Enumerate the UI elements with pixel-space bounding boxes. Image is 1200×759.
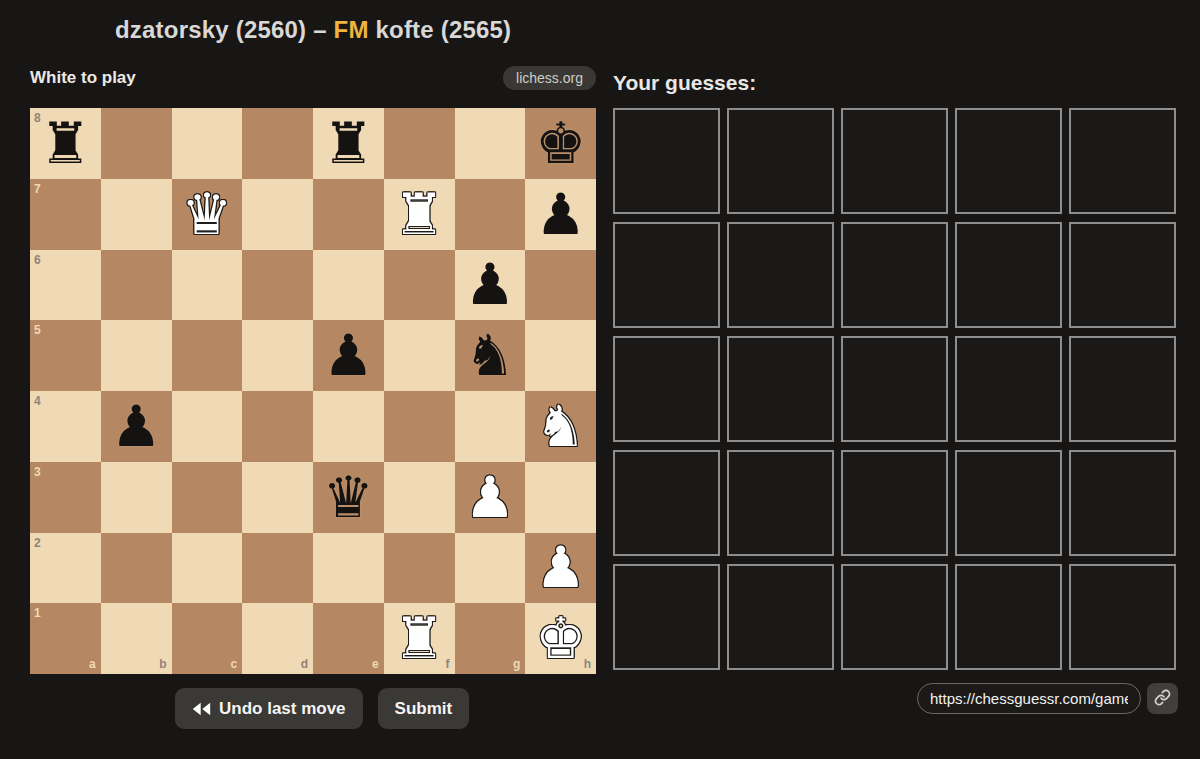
rank-label-4: 4 <box>34 395 41 407</box>
piece-black-pawn-e5[interactable]: ♟ <box>313 320 384 391</box>
square-g5[interactable]: ♞ <box>455 320 526 391</box>
piece-black-rook-e8[interactable]: ♜ <box>313 108 384 179</box>
guess-cell <box>841 450 948 556</box>
square-g1[interactable]: g <box>455 603 526 674</box>
square-b3[interactable] <box>101 462 172 533</box>
square-d4[interactable] <box>242 391 313 462</box>
square-h6[interactable] <box>525 250 596 321</box>
guess-cell <box>613 450 720 556</box>
square-a1[interactable]: 1a <box>30 603 101 674</box>
square-e7[interactable] <box>313 179 384 250</box>
piece-white-pawn-h2[interactable]: ♟ <box>525 533 596 604</box>
share-bar <box>917 683 1178 714</box>
square-c4[interactable] <box>172 391 243 462</box>
square-f5[interactable] <box>384 320 455 391</box>
guess-cell <box>727 336 834 442</box>
square-h4[interactable]: ♞ <box>525 391 596 462</box>
square-f2[interactable] <box>384 533 455 604</box>
rank-label-5: 5 <box>34 324 41 336</box>
undo-button-label: Undo last move <box>219 699 346 719</box>
fm-title-tag: FM <box>334 16 369 43</box>
square-f8[interactable] <box>384 108 455 179</box>
move-controls: Undo last move Submit <box>175 688 469 729</box>
file-label-d: d <box>301 658 308 670</box>
square-c2[interactable] <box>172 533 243 604</box>
square-a3[interactable]: 3 <box>30 462 101 533</box>
lichess-source-badge[interactable]: lichess.org <box>503 66 596 90</box>
file-label-e: e <box>372 658 379 670</box>
guess-cell <box>727 450 834 556</box>
copy-link-button[interactable] <box>1147 683 1178 714</box>
square-g7[interactable] <box>455 179 526 250</box>
page-title: dzatorsky (2560) – FM kofte (2565) <box>115 16 511 44</box>
guess-cell <box>841 108 948 214</box>
square-b5[interactable] <box>101 320 172 391</box>
square-d1[interactable]: d <box>242 603 313 674</box>
side-to-move-label: White to play <box>30 68 136 88</box>
guess-cell <box>841 336 948 442</box>
guess-cell <box>955 450 1062 556</box>
guess-cell <box>1069 564 1176 670</box>
square-d6[interactable] <box>242 250 313 321</box>
rewind-icon <box>192 701 211 717</box>
square-h1[interactable]: h♚ <box>525 603 596 674</box>
square-h5[interactable] <box>525 320 596 391</box>
rank-label-3: 3 <box>34 466 41 478</box>
guess-cell <box>727 222 834 328</box>
piece-black-queen-e3[interactable]: ♛ <box>313 462 384 533</box>
square-e1[interactable]: e <box>313 603 384 674</box>
square-f6[interactable] <box>384 250 455 321</box>
square-d7[interactable] <box>242 179 313 250</box>
square-f7[interactable]: ♜ <box>384 179 455 250</box>
square-a6[interactable]: 6 <box>30 250 101 321</box>
square-b6[interactable] <box>101 250 172 321</box>
square-a5[interactable]: 5 <box>30 320 101 391</box>
guess-cell <box>613 222 720 328</box>
piece-black-pawn-b4[interactable]: ♟ <box>101 391 172 462</box>
square-b8[interactable] <box>101 108 172 179</box>
piece-black-rook-a8[interactable]: ♜ <box>30 108 101 179</box>
guess-cell <box>613 564 720 670</box>
square-e6[interactable] <box>313 250 384 321</box>
guess-cell <box>955 222 1062 328</box>
guess-cell <box>1069 108 1176 214</box>
square-e2[interactable] <box>313 533 384 604</box>
guess-cell <box>613 336 720 442</box>
piece-white-rook-f1[interactable]: ♜ <box>384 603 455 674</box>
submit-button[interactable]: Submit <box>378 688 470 729</box>
square-e4[interactable] <box>313 391 384 462</box>
square-a8[interactable]: 8♜ <box>30 108 101 179</box>
piece-white-king-h1[interactable]: ♚ <box>525 603 596 674</box>
square-c8[interactable] <box>172 108 243 179</box>
square-d8[interactable] <box>242 108 313 179</box>
square-e3[interactable]: ♛ <box>313 462 384 533</box>
square-f4[interactable] <box>384 391 455 462</box>
square-c1[interactable]: c <box>172 603 243 674</box>
white-player-name: dzatorsky (2560) <box>115 16 306 43</box>
square-e5[interactable]: ♟ <box>313 320 384 391</box>
square-b2[interactable] <box>101 533 172 604</box>
rank-label-2: 2 <box>34 537 41 549</box>
square-g8[interactable] <box>455 108 526 179</box>
guess-cell <box>955 108 1062 214</box>
piece-white-rook-f7[interactable]: ♜ <box>384 179 455 250</box>
guess-grid <box>613 108 1176 670</box>
game-url-input[interactable] <box>917 683 1141 714</box>
status-row: White to play lichess.org <box>30 66 596 90</box>
square-b1[interactable]: b <box>101 603 172 674</box>
chess-board[interactable]: 8♜♜♚7♛♜♟6♟5♟♞4♟♞3♛♟2♟1abcdef♜gh♚ <box>30 108 596 674</box>
square-c7[interactable]: ♛ <box>172 179 243 250</box>
file-label-a: a <box>89 658 96 670</box>
piece-white-pawn-g3[interactable]: ♟ <box>455 462 526 533</box>
square-h8[interactable]: ♚ <box>525 108 596 179</box>
piece-black-pawn-g6[interactable]: ♟ <box>455 250 526 321</box>
piece-black-king-h8[interactable]: ♚ <box>525 108 596 179</box>
square-a2[interactable]: 2 <box>30 533 101 604</box>
square-h2[interactable]: ♟ <box>525 533 596 604</box>
guess-cell <box>727 564 834 670</box>
square-b7[interactable] <box>101 179 172 250</box>
square-d2[interactable] <box>242 533 313 604</box>
guess-cell <box>727 108 834 214</box>
square-b4[interactable]: ♟ <box>101 391 172 462</box>
guess-cell <box>1069 450 1176 556</box>
link-icon <box>1154 689 1171 709</box>
square-a7[interactable]: 7 <box>30 179 101 250</box>
title-separator: – <box>306 16 333 43</box>
square-h7[interactable]: ♟ <box>525 179 596 250</box>
square-h3[interactable] <box>525 462 596 533</box>
piece-black-pawn-h7[interactable]: ♟ <box>525 179 596 250</box>
square-f3[interactable] <box>384 462 455 533</box>
square-d5[interactable] <box>242 320 313 391</box>
square-c5[interactable] <box>172 320 243 391</box>
square-e8[interactable]: ♜ <box>313 108 384 179</box>
piece-black-knight-g5[interactable]: ♞ <box>455 320 526 391</box>
square-g6[interactable]: ♟ <box>455 250 526 321</box>
guesses-heading: Your guesses: <box>613 71 756 95</box>
guess-cell <box>1069 222 1176 328</box>
guess-cell <box>841 222 948 328</box>
square-d3[interactable] <box>242 462 313 533</box>
rank-label-6: 6 <box>34 254 41 266</box>
file-label-b: b <box>159 658 166 670</box>
rank-label-7: 7 <box>34 183 41 195</box>
submit-button-label: Submit <box>395 699 453 719</box>
piece-white-knight-h4[interactable]: ♞ <box>525 391 596 462</box>
square-c3[interactable] <box>172 462 243 533</box>
square-g4[interactable] <box>455 391 526 462</box>
square-c6[interactable] <box>172 250 243 321</box>
square-f1[interactable]: f♜ <box>384 603 455 674</box>
guess-cell <box>955 564 1062 670</box>
file-label-g: g <box>513 658 520 670</box>
guess-cell <box>1069 336 1176 442</box>
rank-label-1: 1 <box>34 607 41 619</box>
guess-cell <box>955 336 1062 442</box>
black-player-name: kofte (2565) <box>369 16 512 43</box>
square-g2[interactable] <box>455 533 526 604</box>
piece-white-queen-c7[interactable]: ♛ <box>172 179 243 250</box>
guess-cell <box>841 564 948 670</box>
square-g3[interactable]: ♟ <box>455 462 526 533</box>
square-a4[interactable]: 4 <box>30 391 101 462</box>
file-label-c: c <box>231 658 238 670</box>
undo-last-move-button[interactable]: Undo last move <box>175 688 363 729</box>
guess-cell <box>613 108 720 214</box>
